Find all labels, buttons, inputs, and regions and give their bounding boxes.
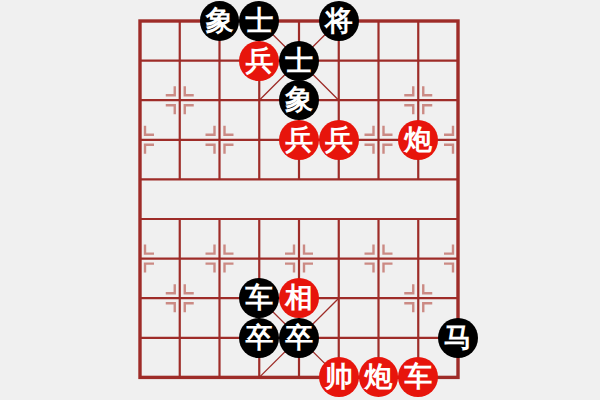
board-point: 卒 (279, 318, 319, 358)
red-soldier-piece[interactable]: 兵 (279, 120, 319, 160)
black-elephant-piece[interactable]: 象 (200, 1, 240, 41)
red-chariot-piece[interactable]: 车 (398, 357, 438, 397)
black-horse-piece[interactable]: 马 (438, 318, 478, 358)
black-advisor-piece[interactable]: 士 (279, 41, 319, 81)
board-point: 帅 (319, 358, 359, 398)
xiangqi-diagram: 象士将兵士象兵兵炮车相卒卒马帅炮车 (0, 0, 600, 400)
board-point: 炮 (359, 358, 399, 398)
red-soldier-piece[interactable]: 兵 (239, 41, 279, 81)
red-cannon-piece[interactable]: 炮 (359, 357, 399, 397)
black-advisor-piece[interactable]: 士 (239, 1, 279, 41)
board-point: 相 (279, 278, 319, 318)
board-point: 卒 (239, 318, 279, 358)
board-point: 车 (398, 358, 438, 398)
board-point: 车 (239, 278, 279, 318)
black-general-piece[interactable]: 将 (319, 1, 359, 41)
board-point: 兵 (319, 120, 359, 160)
board-point: 象 (279, 80, 319, 120)
black-soldier-piece[interactable]: 卒 (279, 318, 319, 358)
board-point: 兵 (239, 41, 279, 81)
board-point: 象 (200, 1, 240, 41)
black-chariot-piece[interactable]: 车 (239, 278, 279, 318)
red-general-piece[interactable]: 帅 (319, 357, 359, 397)
piece-grid: 象士将兵士象兵兵炮车相卒卒马帅炮车 (120, 1, 478, 397)
board-point: 兵 (279, 120, 319, 160)
board-point: 炮 (398, 120, 438, 160)
board-point: 士 (239, 1, 279, 41)
board-point: 马 (438, 318, 478, 358)
board-point: 将 (319, 1, 359, 41)
board-point: 士 (279, 41, 319, 81)
red-elephant-piece[interactable]: 相 (279, 278, 319, 318)
red-soldier-piece[interactable]: 兵 (319, 120, 359, 160)
red-cannon-piece[interactable]: 炮 (398, 120, 438, 160)
black-soldier-piece[interactable]: 卒 (239, 318, 279, 358)
black-elephant-piece[interactable]: 象 (279, 80, 319, 120)
